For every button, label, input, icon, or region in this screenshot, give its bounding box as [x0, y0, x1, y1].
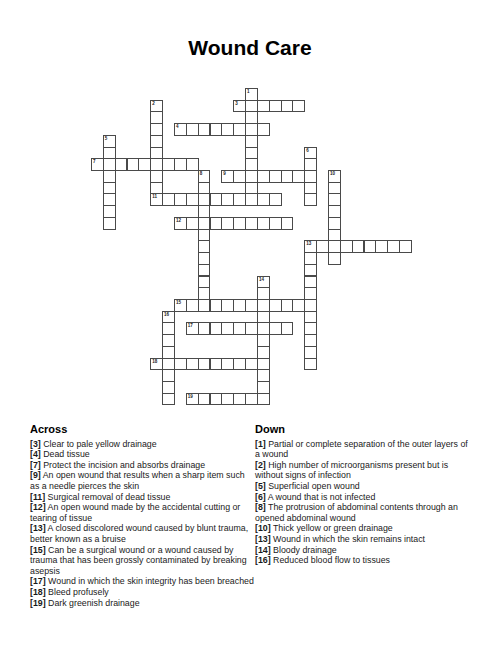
clue-number: [16] — [255, 555, 271, 565]
across-clues-list: [3] Clear to pale yellow drainage[4] Dea… — [30, 439, 254, 609]
grid-cell[interactable] — [281, 217, 294, 230]
clue-number: [6] — [255, 492, 266, 502]
clue-item: [5] Superficial open wound — [255, 481, 473, 492]
grid-cell[interactable] — [269, 193, 282, 206]
cell-number: 18 — [152, 359, 157, 364]
crossword-grid: 12345678910111213141516171819 — [91, 88, 412, 406]
down-clues-list: [1] Partial or complete separation of th… — [255, 439, 473, 566]
clue-number: [15] — [30, 545, 46, 555]
clue-item: [3] Clear to pale yellow drainage — [30, 439, 254, 450]
cell-number: 17 — [188, 323, 193, 328]
grid-cell[interactable] — [292, 100, 305, 113]
down-clues-column: Down [1] Partial or complete separation … — [255, 424, 473, 566]
cell-number: 11 — [152, 194, 157, 199]
clue-item: [11] Surgical removal of dead tissue — [30, 492, 254, 503]
clue-item: [16] Reduced blood flow to tissues — [255, 555, 473, 566]
cell-number: 5 — [105, 136, 108, 141]
clue-item: [1] Partial or complete separation of th… — [255, 439, 473, 460]
clue-number: [3] — [30, 439, 41, 449]
clue-number: [4] — [30, 449, 41, 459]
cell-number: 14 — [259, 277, 264, 282]
clue-item: [2] High number of microorganisms presen… — [255, 460, 473, 481]
clue-item: [13] Wound in which the skin remains int… — [255, 534, 473, 545]
cell-number: 19 — [188, 394, 193, 399]
grid-cell[interactable] — [328, 252, 341, 265]
puzzle-title: Wound Care — [0, 36, 500, 60]
clue-number: [13] — [30, 523, 46, 533]
cell-number: 9 — [223, 171, 226, 176]
clue-item: [13] A closed discolored wound caused by… — [30, 523, 254, 544]
clue-number: [10] — [255, 523, 271, 533]
grid-cell[interactable] — [281, 322, 294, 335]
clue-number: [12] — [30, 502, 46, 512]
cell-number: 8 — [200, 171, 203, 176]
clue-number: [13] — [255, 534, 271, 544]
grid-cell[interactable] — [304, 358, 317, 371]
clue-item: [18] Bleed profusely — [30, 587, 254, 598]
clue-item: [19] Dark greenish drainage — [30, 598, 254, 609]
clue-number: [11] — [30, 492, 45, 502]
grid-cell[interactable] — [257, 393, 270, 406]
cell-number: 12 — [176, 218, 181, 223]
down-header: Down — [255, 424, 473, 435]
cell-number: 15 — [176, 300, 181, 305]
clue-item: [10] Thick yellow or green drainage — [255, 523, 473, 534]
cell-number: 3 — [235, 101, 238, 106]
clue-number: [17] — [30, 576, 46, 586]
clue-item: [15] Can be a surgical wound or a wound … — [30, 545, 254, 577]
clue-item: [14] Bloody drainage — [255, 545, 473, 556]
across-header: Across — [30, 424, 254, 435]
clue-item: [17] Wound in which the skin integrity h… — [30, 576, 254, 587]
cell-number: 13 — [306, 241, 311, 246]
clue-number: [2] — [255, 460, 266, 470]
cell-number: 16 — [164, 312, 169, 317]
clue-item: [8] The protrusion of abdominal contents… — [255, 502, 473, 523]
cell-number: 1 — [247, 89, 250, 94]
cell-number: 7 — [93, 159, 96, 164]
clue-number: [7] — [30, 460, 41, 470]
clue-item: [12] An open wound made by the accidenta… — [30, 502, 254, 523]
cell-number: 10 — [330, 171, 335, 176]
clue-number: [1] — [255, 439, 266, 449]
clue-number: [5] — [255, 481, 266, 491]
cell-number: 2 — [152, 101, 155, 106]
across-clues-column: Across [3] Clear to pale yellow drainage… — [30, 424, 254, 608]
grid-cell[interactable] — [399, 240, 412, 253]
clue-item: [9] An open wound that results when a sh… — [30, 470, 254, 491]
clue-number: [19] — [30, 598, 46, 608]
clue-item: [4] Dead tissue — [30, 449, 254, 460]
clue-number: [18] — [30, 587, 46, 597]
cell-number: 6 — [306, 148, 309, 153]
clue-number: [8] — [255, 502, 266, 512]
grid-cell[interactable] — [162, 393, 175, 406]
clue-item: [7] Protect the incision and absorbs dra… — [30, 460, 254, 471]
clue-number: [14] — [255, 545, 271, 555]
clue-number: [9] — [30, 470, 41, 480]
cell-number: 4 — [176, 124, 179, 129]
grid-cell[interactable] — [257, 123, 270, 136]
clue-item: [6] A wound that is not infected — [255, 492, 473, 503]
grid-cell[interactable] — [304, 193, 317, 206]
grid-cell[interactable] — [103, 217, 116, 230]
crossword-page: Wound Care 12345678910111213141516171819… — [0, 0, 500, 647]
